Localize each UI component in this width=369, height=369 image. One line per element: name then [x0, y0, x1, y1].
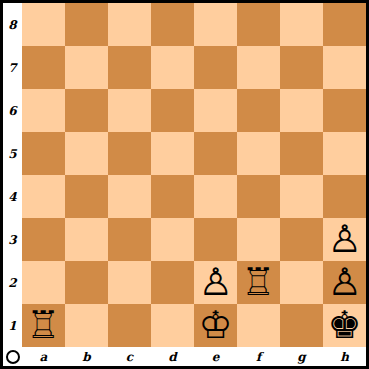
- square-e4[interactable]: [194, 175, 237, 218]
- square-b7[interactable]: [65, 46, 108, 89]
- square-b2[interactable]: [65, 261, 108, 304]
- corner-area: [3, 347, 22, 366]
- piece-white-king[interactable]: ♔: [198, 304, 232, 347]
- square-d3[interactable]: [151, 218, 194, 261]
- square-g1[interactable]: [280, 304, 323, 347]
- rank-label-5: 5: [3, 132, 22, 175]
- square-f4[interactable]: [237, 175, 280, 218]
- piece-black-king[interactable]: ♚: [327, 304, 361, 347]
- square-a1[interactable]: ♖: [22, 304, 65, 347]
- file-labels: abcdefgh: [22, 347, 366, 366]
- rank-label-6: 6: [3, 89, 22, 132]
- file-label-b: b: [65, 347, 108, 366]
- square-b5[interactable]: [65, 132, 108, 175]
- square-h1[interactable]: ♚: [323, 304, 366, 347]
- square-g5[interactable]: [280, 132, 323, 175]
- square-d2[interactable]: [151, 261, 194, 304]
- square-e2[interactable]: ♙: [194, 261, 237, 304]
- file-label-a: a: [22, 347, 65, 366]
- square-c1[interactable]: [108, 304, 151, 347]
- square-f8[interactable]: [237, 3, 280, 46]
- square-h2[interactable]: ♙: [323, 261, 366, 304]
- square-e6[interactable]: [194, 89, 237, 132]
- piece-white-rook[interactable]: ♖: [241, 261, 275, 304]
- square-d6[interactable]: [151, 89, 194, 132]
- square-e3[interactable]: [194, 218, 237, 261]
- square-h8[interactable]: [323, 3, 366, 46]
- file-label-g: g: [280, 347, 323, 366]
- square-a2[interactable]: [22, 261, 65, 304]
- file-label-h: h: [323, 347, 366, 366]
- square-b3[interactable]: [65, 218, 108, 261]
- chess-diagram-frame: 87654321 ♙♙♖♙♖♔♚ abcdefgh: [0, 0, 369, 369]
- piece-white-pawn[interactable]: ♙: [198, 261, 232, 304]
- square-c4[interactable]: [108, 175, 151, 218]
- square-b1[interactable]: [65, 304, 108, 347]
- square-g6[interactable]: [280, 89, 323, 132]
- square-b6[interactable]: [65, 89, 108, 132]
- square-g7[interactable]: [280, 46, 323, 89]
- chess-board: ♙♙♖♙♖♔♚: [22, 3, 366, 347]
- square-a3[interactable]: [22, 218, 65, 261]
- file-label-e: e: [194, 347, 237, 366]
- file-label-d: d: [151, 347, 194, 366]
- square-c5[interactable]: [108, 132, 151, 175]
- square-g8[interactable]: [280, 3, 323, 46]
- square-b8[interactable]: [65, 3, 108, 46]
- rank-label-2: 2: [3, 261, 22, 304]
- square-d4[interactable]: [151, 175, 194, 218]
- square-d5[interactable]: [151, 132, 194, 175]
- square-g2[interactable]: [280, 261, 323, 304]
- square-g3[interactable]: [280, 218, 323, 261]
- square-d8[interactable]: [151, 3, 194, 46]
- square-a5[interactable]: [22, 132, 65, 175]
- square-h5[interactable]: [323, 132, 366, 175]
- square-b4[interactable]: [65, 175, 108, 218]
- file-label-c: c: [108, 347, 151, 366]
- square-f5[interactable]: [237, 132, 280, 175]
- square-h6[interactable]: [323, 89, 366, 132]
- square-h4[interactable]: [323, 175, 366, 218]
- square-g4[interactable]: [280, 175, 323, 218]
- square-f1[interactable]: [237, 304, 280, 347]
- rank-label-8: 8: [3, 3, 22, 46]
- square-e5[interactable]: [194, 132, 237, 175]
- square-e1[interactable]: ♔: [194, 304, 237, 347]
- square-c6[interactable]: [108, 89, 151, 132]
- piece-white-pawn[interactable]: ♙: [327, 218, 361, 261]
- rank-label-1: 1: [3, 304, 22, 347]
- piece-white-pawn[interactable]: ♙: [327, 261, 361, 304]
- square-a4[interactable]: [22, 175, 65, 218]
- square-c3[interactable]: [108, 218, 151, 261]
- square-d1[interactable]: [151, 304, 194, 347]
- square-a8[interactable]: [22, 3, 65, 46]
- square-h3[interactable]: ♙: [323, 218, 366, 261]
- piece-white-rook[interactable]: ♖: [26, 304, 60, 347]
- square-c8[interactable]: [108, 3, 151, 46]
- square-e8[interactable]: [194, 3, 237, 46]
- file-label-f: f: [237, 347, 280, 366]
- rank-labels: 87654321: [3, 3, 22, 347]
- square-f6[interactable]: [237, 89, 280, 132]
- square-c2[interactable]: [108, 261, 151, 304]
- side-to-move-indicator: [6, 350, 20, 364]
- square-f7[interactable]: [237, 46, 280, 89]
- rank-label-7: 7: [3, 46, 22, 89]
- rank-label-3: 3: [3, 218, 22, 261]
- square-d7[interactable]: [151, 46, 194, 89]
- square-a7[interactable]: [22, 46, 65, 89]
- square-c7[interactable]: [108, 46, 151, 89]
- square-f2[interactable]: ♖: [237, 261, 280, 304]
- square-a6[interactable]: [22, 89, 65, 132]
- square-h7[interactable]: [323, 46, 366, 89]
- square-e7[interactable]: [194, 46, 237, 89]
- square-f3[interactable]: [237, 218, 280, 261]
- rank-label-4: 4: [3, 175, 22, 218]
